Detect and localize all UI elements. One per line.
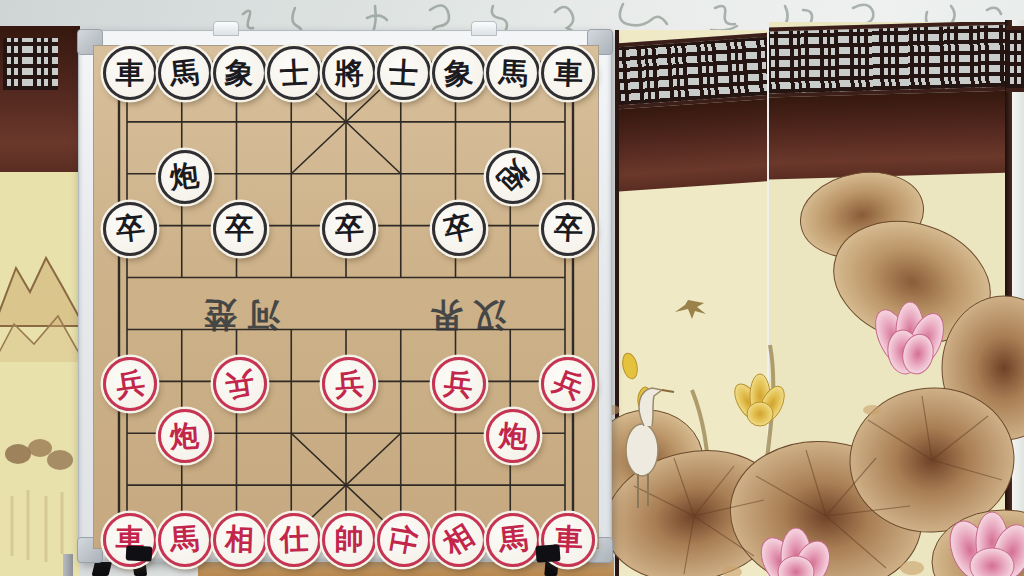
piece-character: 卒	[441, 211, 475, 245]
piece-character: 仕	[387, 523, 421, 557]
piece-black-soldier[interactable]: 卒	[213, 202, 267, 256]
piece-character: 炮	[169, 161, 201, 193]
easel-post	[63, 554, 73, 576]
piece-black-soldier[interactable]: 卒	[103, 202, 157, 256]
piece-red-soldier[interactable]: 兵	[103, 357, 157, 411]
piece-black-cannon[interactable]: 炮	[486, 150, 540, 204]
piece-character: 卒	[114, 213, 146, 245]
piece-red-elephant[interactable]: 相	[213, 513, 267, 567]
piece-black-chariot[interactable]: 車	[541, 46, 595, 100]
river-character: 楚	[204, 292, 237, 337]
piece-red-horse[interactable]: 馬	[158, 513, 212, 567]
board-aluminum-frame: 楚河 界汉 車馬象士將士象馬車炮炮卒卒卒卒卒兵兵兵兵兵炮炮車馬相仕帥仕相馬車	[78, 30, 612, 562]
piece-character: 仕	[279, 525, 309, 555]
piece-character: 象	[443, 58, 474, 89]
panel-3-lattice-fragment	[1006, 26, 1024, 92]
piece-character: 車	[116, 59, 145, 88]
piece-character: 相	[225, 525, 255, 555]
piece-character: 兵	[549, 365, 587, 403]
yellow-lotus-flower	[729, 374, 789, 426]
screen-left-mountain-painting	[0, 166, 80, 576]
piece-black-general[interactable]: 將	[322, 46, 376, 100]
piece-character: 炮	[493, 156, 534, 197]
panel-1-lattice	[615, 32, 767, 110]
piece-black-chariot[interactable]: 車	[103, 46, 157, 100]
screen-left-lattice-window	[3, 38, 58, 90]
piece-black-horse[interactable]: 馬	[486, 46, 540, 100]
river-character: 界	[430, 292, 463, 337]
piece-character: 車	[553, 58, 583, 88]
river-label-han-jie: 界汉	[430, 292, 506, 337]
piece-black-soldier[interactable]: 卒	[322, 202, 376, 256]
piece-character: 象	[224, 58, 255, 89]
lotus-leaves	[612, 163, 1024, 576]
piece-black-advisor[interactable]: 士	[377, 46, 431, 100]
piece-character: 兵	[223, 368, 256, 401]
piece-red-cannon[interactable]: 炮	[158, 409, 212, 463]
piece-black-soldier[interactable]: 卒	[541, 202, 595, 256]
piece-character: 兵	[443, 368, 475, 400]
piece-character: 卒	[225, 214, 254, 243]
piece-character: 馬	[169, 57, 201, 89]
piece-black-elephant[interactable]: 象	[213, 46, 267, 100]
piece-character: 士	[389, 58, 419, 88]
piece-black-elephant[interactable]: 象	[432, 46, 486, 100]
piece-character: 卒	[334, 213, 364, 243]
piece-red-soldier[interactable]: 兵	[213, 357, 267, 411]
piece-character: 兵	[334, 369, 365, 400]
piece-red-soldier[interactable]: 兵	[432, 357, 486, 411]
piece-character: 馬	[497, 524, 529, 556]
piece-black-advisor[interactable]: 士	[267, 46, 321, 100]
easel-clip	[535, 544, 560, 563]
piece-black-horse[interactable]: 馬	[158, 46, 212, 100]
piece-red-soldier[interactable]: 兵	[322, 357, 376, 411]
easel-clip	[126, 545, 153, 561]
piece-red-advisor[interactable]: 仕	[267, 513, 321, 567]
xiangqi-board-face: 楚河 界汉 車馬象士將士象馬車炮炮卒卒卒卒卒兵兵兵兵兵炮炮車馬相仕帥仕相馬車	[93, 45, 599, 549]
river-character: 汉	[473, 292, 506, 337]
piece-character: 炮	[170, 421, 200, 451]
piece-character: 將	[335, 59, 364, 88]
piece-red-advisor[interactable]: 仕	[377, 513, 431, 567]
piece-red-general[interactable]: 帥	[322, 513, 376, 567]
scene-xiangqi-demo-board: 楚河 界汉 車馬象士將士象馬車炮炮卒卒卒卒卒兵兵兵兵兵炮炮車馬相仕帥仕相馬車	[0, 0, 1024, 576]
board-grid-lines	[94, 46, 598, 548]
piece-character: 帥	[335, 525, 364, 554]
hanging-tab	[471, 21, 497, 36]
piece-character: 卒	[553, 214, 583, 244]
piece-red-elephant[interactable]: 相	[432, 513, 486, 567]
swallow-bird	[675, 300, 706, 319]
panel-2-lattice	[769, 22, 1005, 98]
river-label-chu-he: 楚河	[204, 292, 280, 337]
piece-character: 馬	[169, 525, 200, 556]
piece-black-soldier[interactable]: 卒	[432, 202, 486, 256]
piece-character: 相	[439, 520, 479, 560]
piece-black-cannon[interactable]: 炮	[158, 150, 212, 204]
piece-character: 炮	[498, 421, 529, 452]
screen-right-lotus-painting	[612, 160, 1024, 576]
piece-red-soldier[interactable]: 兵	[541, 357, 595, 411]
piece-red-horse[interactable]: 馬	[486, 513, 540, 567]
panel-2-top-band	[769, 22, 1005, 180]
piece-character: 士	[279, 58, 309, 88]
river-character: 河	[247, 292, 280, 337]
piece-character: 兵	[114, 368, 147, 401]
hanging-tab	[213, 21, 239, 36]
piece-character: 馬	[498, 58, 528, 88]
